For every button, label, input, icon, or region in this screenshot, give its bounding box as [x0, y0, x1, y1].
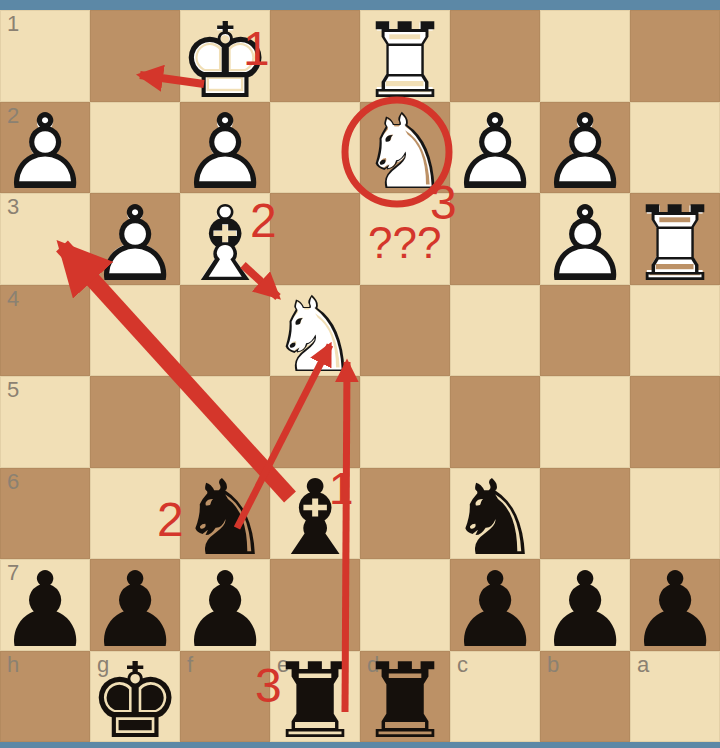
- square-d4[interactable]: [360, 285, 450, 377]
- chess-app-screen: 1♚♔♜♖2♟♙♟♙♞♘♟♙♟♙3♟♙♝♗♟♙♜♖4♞♘56♞♝♞7♟♟♟♟♟♟…: [0, 0, 720, 748]
- square-f5[interactable]: [180, 376, 270, 468]
- piece-glyph: ♜: [360, 656, 450, 748]
- chess-board: 1♚♔♜♖2♟♙♟♙♞♘♟♙♟♙3♟♙♝♗♟♙♜♖4♞♘56♞♝♞7♟♟♟♟♟♟…: [0, 10, 720, 742]
- square-h6[interactable]: 6: [0, 468, 90, 560]
- piece-outline: ♙: [90, 198, 180, 290]
- rank-label-3: 3: [7, 196, 19, 218]
- black-pawn: ♟: [540, 559, 630, 651]
- square-d1[interactable]: ♜♖: [360, 10, 450, 102]
- white-pawn: ♟♙: [450, 102, 540, 194]
- square-f7[interactable]: ♟: [180, 559, 270, 651]
- square-f4[interactable]: [180, 285, 270, 377]
- black-rook: ♜: [360, 651, 450, 743]
- square-e2[interactable]: [270, 102, 360, 194]
- square-d6[interactable]: [360, 468, 450, 560]
- square-e7[interactable]: [270, 559, 360, 651]
- piece-outline: ♙: [450, 107, 540, 199]
- rank-label-5: 5: [7, 379, 19, 401]
- piece-glyph: ♟: [540, 564, 630, 656]
- square-g3[interactable]: ♟♙: [90, 193, 180, 285]
- white-rook: ♜♖: [360, 10, 450, 102]
- square-h2[interactable]: 2♟♙: [0, 102, 90, 194]
- square-c7[interactable]: ♟: [450, 559, 540, 651]
- square-c6[interactable]: ♞: [450, 468, 540, 560]
- square-b4[interactable]: [540, 285, 630, 377]
- square-a4[interactable]: [630, 285, 720, 377]
- file-label-b: b: [547, 654, 559, 676]
- square-d8[interactable]: d♜: [360, 651, 450, 743]
- square-d7[interactable]: [360, 559, 450, 651]
- piece-outline: ♗: [180, 198, 270, 290]
- square-c2[interactable]: ♟♙: [450, 102, 540, 194]
- square-e6[interactable]: ♝: [270, 468, 360, 560]
- square-h1[interactable]: 1: [0, 10, 90, 102]
- piece-glyph: ♟: [180, 564, 270, 656]
- black-pawn: ♟: [450, 559, 540, 651]
- piece-outline: ♘: [360, 107, 450, 199]
- square-f2[interactable]: ♟♙: [180, 102, 270, 194]
- square-g4[interactable]: [90, 285, 180, 377]
- square-h7[interactable]: 7♟: [0, 559, 90, 651]
- piece-outline: ♙: [0, 107, 90, 199]
- square-e3[interactable]: [270, 193, 360, 285]
- piece-glyph: ♝: [270, 473, 360, 565]
- white-king: ♚♔: [180, 10, 270, 102]
- white-pawn: ♟♙: [180, 102, 270, 194]
- square-a2[interactable]: [630, 102, 720, 194]
- piece-outline: ♘: [270, 290, 360, 382]
- black-pawn: ♟: [0, 559, 90, 651]
- white-knight: ♞♘: [270, 285, 360, 377]
- square-d3[interactable]: [360, 193, 450, 285]
- square-b1[interactable]: [540, 10, 630, 102]
- black-king: ♚: [90, 651, 180, 743]
- piece-outline: ♙: [540, 198, 630, 290]
- square-g2[interactable]: [90, 102, 180, 194]
- black-pawn: ♟: [90, 559, 180, 651]
- white-knight: ♞♘: [360, 102, 450, 194]
- square-b6[interactable]: [540, 468, 630, 560]
- file-label-h: h: [7, 654, 19, 676]
- square-h5[interactable]: 5: [0, 376, 90, 468]
- white-pawn: ♟♙: [0, 102, 90, 194]
- piece-glyph: ♟: [450, 564, 540, 656]
- white-pawn: ♟♙: [90, 193, 180, 285]
- piece-outline: ♖: [630, 198, 720, 290]
- square-a1[interactable]: [630, 10, 720, 102]
- rank-label-6: 6: [7, 471, 19, 493]
- white-pawn: ♟♙: [540, 193, 630, 285]
- black-knight: ♞: [180, 468, 270, 560]
- square-b7[interactable]: ♟: [540, 559, 630, 651]
- rank-label-1: 1: [7, 13, 19, 35]
- white-pawn: ♟♙: [540, 102, 630, 194]
- rank-label-4: 4: [7, 288, 19, 310]
- square-c1[interactable]: [450, 10, 540, 102]
- square-e8[interactable]: e♜: [270, 651, 360, 743]
- square-f8[interactable]: f: [180, 651, 270, 743]
- square-h4[interactable]: 4: [0, 285, 90, 377]
- square-a3[interactable]: ♜♖: [630, 193, 720, 285]
- square-c8[interactable]: c: [450, 651, 540, 743]
- square-b3[interactable]: ♟♙: [540, 193, 630, 285]
- square-c4[interactable]: [450, 285, 540, 377]
- file-label-c: c: [457, 654, 468, 676]
- bottom-bar: [0, 742, 720, 748]
- black-bishop: ♝: [270, 468, 360, 560]
- black-pawn: ♟: [180, 559, 270, 651]
- square-c3[interactable]: [450, 193, 540, 285]
- square-f1[interactable]: ♚♔: [180, 10, 270, 102]
- square-e1[interactable]: [270, 10, 360, 102]
- square-g1[interactable]: [90, 10, 180, 102]
- square-e4[interactable]: ♞♘: [270, 285, 360, 377]
- file-label-f: f: [187, 654, 193, 676]
- square-d2[interactable]: ♞♘: [360, 102, 450, 194]
- square-c5[interactable]: [450, 376, 540, 468]
- black-knight: ♞: [450, 468, 540, 560]
- square-a6[interactable]: [630, 468, 720, 560]
- square-g6[interactable]: [90, 468, 180, 560]
- black-rook: ♜: [270, 651, 360, 743]
- square-b8[interactable]: b: [540, 651, 630, 743]
- square-f3[interactable]: ♝♗: [180, 193, 270, 285]
- square-a7[interactable]: ♟: [630, 559, 720, 651]
- square-g5[interactable]: [90, 376, 180, 468]
- square-a5[interactable]: [630, 376, 720, 468]
- square-d5[interactable]: [360, 376, 450, 468]
- white-bishop: ♝♗: [180, 193, 270, 285]
- square-h3[interactable]: 3: [0, 193, 90, 285]
- square-b2[interactable]: ♟♙: [540, 102, 630, 194]
- piece-glyph: ♚: [90, 656, 180, 748]
- square-h8[interactable]: h: [0, 651, 90, 743]
- square-g7[interactable]: ♟: [90, 559, 180, 651]
- square-g8[interactable]: g♚: [90, 651, 180, 743]
- black-pawn: ♟: [630, 559, 720, 651]
- piece-glyph: ♜: [270, 656, 360, 748]
- piece-glyph: ♟: [630, 564, 720, 656]
- piece-glyph: ♟: [0, 564, 90, 656]
- square-a8[interactable]: a: [630, 651, 720, 743]
- white-rook: ♜♖: [630, 193, 720, 285]
- square-b5[interactable]: [540, 376, 630, 468]
- file-label-a: a: [637, 654, 649, 676]
- square-e5[interactable]: [270, 376, 360, 468]
- square-f6[interactable]: ♞: [180, 468, 270, 560]
